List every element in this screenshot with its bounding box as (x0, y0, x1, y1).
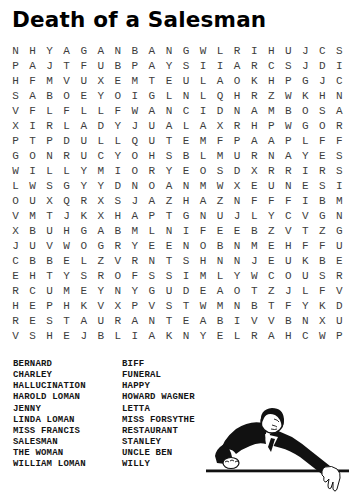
grid-cell-r13c6: A (92, 223, 109, 238)
grid-cell-r17c13: A (212, 283, 229, 298)
grid-cell-r11c11: H (177, 193, 194, 208)
grid-cell-r19c15: V (246, 313, 263, 328)
grid-cell-r10c1: L (7, 178, 24, 193)
grid-cell-r9c9: R (143, 163, 160, 178)
grid-cell-r8c7: Y (109, 148, 126, 163)
grid-cell-r19c7: R (109, 313, 126, 328)
grid-cell-r5c4: F (58, 103, 75, 118)
grid-cell-r20c19: W (314, 328, 331, 343)
grid-cell-r15c6: Z (92, 253, 109, 268)
grid-cell-r14c20: U (331, 238, 348, 253)
grid-cell-r16c16: C (263, 268, 280, 283)
grid-cell-r18c2: E (24, 298, 41, 313)
grid-cell-r14c9: E (143, 238, 160, 253)
grid-cell-r18c3: P (41, 298, 58, 313)
grid-cell-r5c16: M (263, 103, 280, 118)
grid-cell-r3c1: H (7, 73, 24, 88)
grid-cell-r7c14: P (229, 133, 246, 148)
grid-cell-r3c18: G (297, 73, 314, 88)
grid-cell-r9c3: L (41, 163, 58, 178)
grid-cell-r2c5: F (75, 58, 92, 73)
grid-cell-r8c17: A (280, 148, 297, 163)
grid-cell-r4c6: Y (92, 88, 109, 103)
grid-cell-r7c6: L (92, 133, 109, 148)
grid-cell-r1c15: I (246, 43, 263, 58)
grid-cell-r4c9: G (143, 88, 160, 103)
grid-cell-r5c6: L (92, 103, 109, 118)
grid-cell-r12c9: P (143, 208, 160, 223)
grid-cell-r14c11: N (177, 238, 194, 253)
grid-cell-r2c14: A (229, 58, 246, 73)
grid-cell-r9c14: D (229, 163, 246, 178)
grid-cell-r20c1: V (7, 328, 24, 343)
grid-cell-r4c15: R (246, 88, 263, 103)
grid-cell-r1c4: A (58, 43, 75, 58)
grid-cell-r6c20: R (331, 118, 348, 133)
grid-cell-r19c20: U (331, 313, 348, 328)
grid-cell-r7c4: D (58, 133, 75, 148)
grid-cell-r7c11: E (177, 133, 194, 148)
grid-cell-r11c20: M (331, 193, 348, 208)
grid-cell-r9c19: R (314, 163, 331, 178)
grid-cell-r2c18: J (297, 58, 314, 73)
grid-cell-r16c4: Y (58, 268, 75, 283)
word-list-item: MISS FRANCIS (13, 426, 86, 437)
grid-cell-r3c19: J (314, 73, 331, 88)
grid-cell-r1c18: J (297, 43, 314, 58)
grid-cell-r3c6: X (92, 73, 109, 88)
grid-cell-r14c17: H (280, 238, 297, 253)
grid-cell-r4c2: A (24, 88, 41, 103)
grid-cell-r14c7: R (109, 238, 126, 253)
grid-cell-r12c6: X (92, 208, 109, 223)
grid-cell-r12c18: V (297, 208, 314, 223)
grid-cell-r3c12: L (195, 73, 212, 88)
grid-cell-r6c8: J (126, 118, 143, 133)
grid-cell-r20c11: N (177, 328, 194, 343)
grid-cell-r1c20: S (331, 43, 348, 58)
grid-cell-r2c3: J (41, 58, 58, 73)
grid-cell-r16c3: T (41, 268, 58, 283)
grid-cell-r13c12: F (195, 223, 212, 238)
grid-cell-r17c17: J (280, 283, 297, 298)
grid-cell-r10c16: U (263, 178, 280, 193)
grid-cell-r10c10: A (160, 178, 177, 193)
grid-cell-r19c17: B (280, 313, 297, 328)
grid-cell-r18c7: X (109, 298, 126, 313)
grid-cell-r10c3: S (41, 178, 58, 193)
grid-cell-r19c9: N (143, 313, 160, 328)
grid-cell-r13c2: B (24, 223, 41, 238)
grid-cell-r11c12: A (195, 193, 212, 208)
puzzle-title: Death of a Salesman (12, 7, 266, 32)
grid-cell-r9c17: R (280, 163, 297, 178)
grid-cell-r12c1: V (7, 208, 24, 223)
word-list-item: RESTAURANT (122, 426, 195, 437)
grid-cell-r2c7: B (109, 58, 126, 73)
grid-cell-r20c2: S (24, 328, 41, 343)
grid-cell-r2c2: A (24, 58, 41, 73)
grid-cell-r20c5: J (75, 328, 92, 343)
grid-cell-r7c9: U (143, 133, 160, 148)
grid-cell-r20c16: A (263, 328, 280, 343)
grid-cell-r7c3: P (41, 133, 58, 148)
grid-cell-r11c14: N (229, 193, 246, 208)
grid-cell-r17c19: F (314, 283, 331, 298)
grid-cell-r5c20: A (331, 103, 348, 118)
grid-cell-r15c9: N (143, 253, 160, 268)
worksheet-page: Death of a Salesman NHYAGANBANGWLRIHUJCS… (0, 0, 354, 500)
grid-cell-r4c5: E (75, 88, 92, 103)
grid-cell-r16c1: E (7, 268, 24, 283)
grid-cell-r8c15: R (246, 148, 263, 163)
grid-cell-r4c1: S (7, 88, 24, 103)
grid-cell-r7c13: F (212, 133, 229, 148)
grid-cell-r6c10: A (160, 118, 177, 133)
grid-cell-r3c20: C (331, 73, 348, 88)
grid-cell-r5c11: C (177, 103, 194, 118)
grid-cell-r3c14: O (229, 73, 246, 88)
grid-cell-r6c11: L (177, 118, 194, 133)
grid-cell-r19c5: A (75, 313, 92, 328)
grid-cell-r10c8: N (126, 178, 143, 193)
grid-cell-r17c20: V (331, 283, 348, 298)
grid-cell-r20c8: I (126, 328, 143, 343)
grid-cell-r5c18: O (297, 103, 314, 118)
grid-cell-r5c7: F (109, 103, 126, 118)
grid-cell-r9c5: Y (75, 163, 92, 178)
grid-cell-r2c9: A (143, 58, 160, 73)
grid-cell-r18c4: H (58, 298, 75, 313)
grid-cell-r1c11: G (177, 43, 194, 58)
grid-cell-r2c1: P (7, 58, 24, 73)
grid-cell-r11c10: Z (160, 193, 177, 208)
grid-cell-r11c19: B (314, 193, 331, 208)
grid-cell-r13c1: X (7, 223, 24, 238)
grid-cell-r11c8: J (126, 193, 143, 208)
grid-cell-r1c19: C (314, 43, 331, 58)
grid-cell-r12c16: Y (263, 208, 280, 223)
grid-cell-r20c17: H (280, 328, 297, 343)
grid-cell-r7c20: F (331, 133, 348, 148)
grid-cell-r10c7: D (109, 178, 126, 193)
grid-cell-r14c8: Y (126, 238, 143, 253)
grid-cell-r3c15: K (246, 73, 263, 88)
grid-cell-r11c17: F (280, 193, 297, 208)
grid-cell-r13c17: V (280, 223, 297, 238)
grid-cell-r12c7: H (109, 208, 126, 223)
word-list-item: UNCLE BEN (122, 448, 195, 459)
grid-cell-r18c5: K (75, 298, 92, 313)
grid-cell-r6c2: I (24, 118, 41, 133)
grid-cell-r9c7: I (109, 163, 126, 178)
grid-cell-r3c17: P (280, 73, 297, 88)
grid-cell-r16c10: S (160, 268, 177, 283)
grid-cell-r20c13: E (212, 328, 229, 343)
grid-cell-r19c14: I (229, 313, 246, 328)
grid-cell-r9c10: Y (160, 163, 177, 178)
grid-cell-r5c5: L (75, 103, 92, 118)
grid-cell-r13c4: H (58, 223, 75, 238)
grid-cell-r12c5: K (75, 208, 92, 223)
grid-cell-r12c4: J (58, 208, 75, 223)
grid-cell-r20c14: L (229, 328, 246, 343)
grid-cell-r6c17: W (280, 118, 297, 133)
grid-cell-r20c12: Y (195, 328, 212, 343)
grid-cell-r2c10: Y (160, 58, 177, 73)
grid-cell-r18c13: M (212, 298, 229, 313)
grid-cell-r7c16: A (263, 133, 280, 148)
word-list-item: WILLY (122, 459, 195, 470)
grid-cell-r12c3: T (41, 208, 58, 223)
grid-cell-r18c6: V (92, 298, 109, 313)
grid-cell-r3c10: E (160, 73, 177, 88)
grid-cell-r6c6: D (92, 118, 109, 133)
grid-cell-r20c18: C (297, 328, 314, 343)
grid-cell-r14c13: B (212, 238, 229, 253)
word-list-item: STANLEY (122, 437, 195, 448)
grid-cell-r6c15: H (246, 118, 263, 133)
grid-cell-r8c5: U (75, 148, 92, 163)
grid-cell-r19c19: X (314, 313, 331, 328)
grid-cell-r9c8: O (126, 163, 143, 178)
grid-cell-r1c9: A (143, 43, 160, 58)
grid-cell-r3c7: E (109, 73, 126, 88)
word-search-grid: NHYAGANBANGWLRIHUJCSPAJTFUBPAYSIIARCSJDI… (7, 43, 348, 343)
grid-cell-r13c11: I (177, 223, 194, 238)
grid-cell-r11c9: A (143, 193, 160, 208)
grid-cell-r4c10: L (160, 88, 177, 103)
grid-cell-r15c13: N (212, 253, 229, 268)
grid-cell-r1c5: G (75, 43, 92, 58)
grid-cell-r12c19: G (314, 208, 331, 223)
grid-cell-r16c19: S (314, 268, 331, 283)
grid-cell-r14c4: W (58, 238, 75, 253)
grid-cell-r12c17: C (280, 208, 297, 223)
grid-cell-r15c20: E (331, 253, 348, 268)
grid-cell-r15c12: H (195, 253, 212, 268)
grid-cell-r9c13: S (212, 163, 229, 178)
grid-cell-r15c2: B (24, 253, 41, 268)
grid-cell-r7c18: L (297, 133, 314, 148)
grid-cell-r6c19: O (314, 118, 331, 133)
grid-cell-r2c6: U (92, 58, 109, 73)
grid-cell-r2c20: I (331, 58, 348, 73)
grid-cell-r10c18: E (297, 178, 314, 193)
grid-cell-r2c12: I (195, 58, 212, 73)
grid-cell-r17c5: E (75, 283, 92, 298)
grid-cell-r9c15: X (246, 163, 263, 178)
grid-cell-r7c2: T (24, 133, 41, 148)
grid-cell-r10c15: E (246, 178, 263, 193)
grid-cell-r5c15: A (246, 103, 263, 118)
grid-cell-r3c9: T (143, 73, 160, 88)
grid-cell-r19c3: S (41, 313, 58, 328)
grid-cell-r20c9: A (143, 328, 160, 343)
grid-cell-r10c12: M (195, 178, 212, 193)
grid-cell-r15c15: J (246, 253, 263, 268)
word-list-item: HAPPY (122, 381, 195, 392)
grid-cell-r10c19: S (314, 178, 331, 193)
grid-cell-r14c6: G (92, 238, 109, 253)
grid-cell-r16c5: S (75, 268, 92, 283)
grid-cell-r7c7: L (109, 133, 126, 148)
grid-cell-r1c6: A (92, 43, 109, 58)
grid-cell-r10c20: I (331, 178, 348, 193)
grid-cell-r14c10: E (160, 238, 177, 253)
grid-cell-r9c2: I (24, 163, 41, 178)
grid-cell-r3c11: U (177, 73, 194, 88)
grid-cell-r5c10: N (160, 103, 177, 118)
grid-cell-r2c15: R (246, 58, 263, 73)
grid-cell-r10c5: Y (75, 178, 92, 193)
grid-cell-r11c2: U (24, 193, 41, 208)
grid-cell-r14c2: U (24, 238, 41, 253)
grid-cell-r14c12: O (195, 238, 212, 253)
grid-cell-r16c17: O (280, 268, 297, 283)
grid-cell-r8c13: M (212, 148, 229, 163)
grid-cell-r3c5: U (75, 73, 92, 88)
grid-cell-r8c18: Y (297, 148, 314, 163)
grid-cell-r6c18: G (297, 118, 314, 133)
grid-cell-r11c3: X (41, 193, 58, 208)
grid-cell-r17c10: U (160, 283, 177, 298)
grid-cell-r12c2: M (24, 208, 41, 223)
grid-cell-r13c5: G (75, 223, 92, 238)
grid-cell-r4c17: W (280, 88, 297, 103)
grid-cell-r13c19: Z (314, 223, 331, 238)
grid-cell-r5c8: W (126, 103, 143, 118)
grid-cell-r13c13: E (212, 223, 229, 238)
grid-cell-r15c5: L (75, 253, 92, 268)
grid-cell-r2c13: I (212, 58, 229, 73)
grid-cell-r4c14: H (229, 88, 246, 103)
grid-cell-r7c12: M (195, 133, 212, 148)
grid-cell-r6c1: X (7, 118, 24, 133)
grid-cell-r16c2: H (24, 268, 41, 283)
grid-cell-r5c12: I (195, 103, 212, 118)
grid-cell-r18c20: D (331, 298, 348, 313)
grid-cell-r13c14: E (229, 223, 246, 238)
grid-cell-r15c11: S (177, 253, 194, 268)
grid-cell-r7c8: Q (126, 133, 143, 148)
grid-cell-r10c9: O (143, 178, 160, 193)
word-list-item: HOWARD WAGNER (122, 392, 195, 403)
grid-cell-r12c13: U (212, 208, 229, 223)
grid-cell-r14c16: E (263, 238, 280, 253)
grid-cell-r1c10: N (160, 43, 177, 58)
grid-cell-r2c17: S (280, 58, 297, 73)
grid-cell-r18c19: K (314, 298, 331, 313)
grid-cell-r4c16: Z (263, 88, 280, 103)
grid-cell-r1c12: W (195, 43, 212, 58)
word-list-item: THE WOMAN (13, 448, 86, 459)
grid-cell-r8c2: O (24, 148, 41, 163)
grid-cell-r4c19: H (314, 88, 331, 103)
grid-cell-r16c6: R (92, 268, 109, 283)
grid-cell-r10c2: W (24, 178, 41, 193)
grid-cell-r1c3: Y (41, 43, 58, 58)
grid-cell-r17c8: Y (126, 283, 143, 298)
grid-cell-r1c8: B (126, 43, 143, 58)
grid-cell-r4c11: N (177, 88, 194, 103)
grid-cell-r3c16: H (263, 73, 280, 88)
grid-cell-r10c13: W (212, 178, 229, 193)
grid-cell-r2c19: D (314, 58, 331, 73)
grid-cell-r17c14: O (229, 283, 246, 298)
grid-cell-r5c14: N (229, 103, 246, 118)
grid-cell-r12c12: N (195, 208, 212, 223)
word-list-item: JENNY (13, 404, 86, 415)
grid-cell-r8c20: S (331, 148, 348, 163)
grid-cell-r7c19: F (314, 133, 331, 148)
grid-cell-r4c18: K (297, 88, 314, 103)
grid-cell-r18c8: P (126, 298, 143, 313)
grid-cell-r5c17: B (280, 103, 297, 118)
grid-cell-r17c15: T (246, 283, 263, 298)
grid-cell-r10c6: Y (92, 178, 109, 193)
grid-cell-r6c16: P (263, 118, 280, 133)
grid-cell-r4c7: O (109, 88, 126, 103)
grid-cell-r2c8: P (126, 58, 143, 73)
grid-cell-r1c2: H (24, 43, 41, 58)
grid-cell-r9c12: O (195, 163, 212, 178)
grid-cell-r2c11: S (177, 58, 194, 73)
word-list-item: SALESMAN (13, 437, 86, 448)
grid-cell-r13c10: N (160, 223, 177, 238)
grid-cell-r4c20: N (331, 88, 348, 103)
grid-cell-r16c20: R (331, 268, 348, 283)
grid-cell-r1c14: R (229, 43, 246, 58)
grid-cell-r1c17: U (280, 43, 297, 58)
grid-cell-r1c7: N (109, 43, 126, 58)
grid-cell-r6c12: A (195, 118, 212, 133)
grid-cell-r13c15: B (246, 223, 263, 238)
grid-cell-r5c2: F (24, 103, 41, 118)
grid-cell-r4c13: Q (212, 88, 229, 103)
grid-cell-r8c8: O (126, 148, 143, 163)
grid-cell-r18c1: H (7, 298, 24, 313)
grid-cell-r11c1: O (7, 193, 24, 208)
grid-cell-r9c6: M (92, 163, 109, 178)
grid-cell-r5c19: S (314, 103, 331, 118)
word-list-item: HALLUCINATION (13, 381, 86, 392)
grid-cell-r17c16: Z (263, 283, 280, 298)
grid-cell-r18c18: Y (297, 298, 314, 313)
grid-cell-r14c3: V (41, 238, 58, 253)
grid-cell-r19c13: B (212, 313, 229, 328)
word-list-item: BERNARD (13, 359, 86, 370)
grid-cell-r17c4: M (58, 283, 75, 298)
grid-cell-r3c3: M (41, 73, 58, 88)
grid-cell-r15c10: T (160, 253, 177, 268)
grid-cell-r8c12: L (195, 148, 212, 163)
grid-cell-r17c3: U (41, 283, 58, 298)
grid-cell-r18c14: N (229, 298, 246, 313)
grid-cell-r18c10: S (160, 298, 177, 313)
grid-cell-r18c16: T (263, 298, 280, 313)
grid-cell-r19c1: R (7, 313, 24, 328)
grid-cell-r4c4: O (58, 88, 75, 103)
grid-cell-r18c9: V (143, 298, 160, 313)
grid-cell-r7c1: P (7, 133, 24, 148)
grid-cell-r12c10: T (160, 208, 177, 223)
grid-cell-r13c7: B (109, 223, 126, 238)
grid-cell-r17c6: Y (92, 283, 109, 298)
grid-cell-r16c13: L (212, 268, 229, 283)
grid-cell-r15c1: C (7, 253, 24, 268)
grid-cell-r14c14: N (229, 238, 246, 253)
